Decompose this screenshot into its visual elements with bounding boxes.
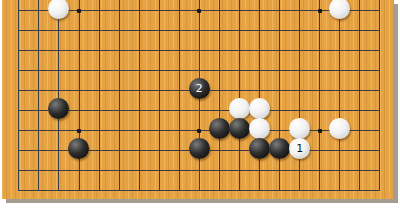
star-point [197,129,201,133]
grid-hline [18,170,380,171]
star-point [318,9,322,13]
move-number-label: 2 [196,83,203,94]
go-stone-white-r10[interactable] [329,0,350,19]
grid-vline [159,0,160,191]
star-point [77,129,81,133]
star-point [197,9,201,13]
go-stone-white-m5[interactable] [229,98,250,119]
grid-hline [18,110,380,111]
move-number-label: 1 [296,143,303,154]
go-stone-black-k6[interactable]: 2 [189,78,210,99]
grid-vline [259,0,260,191]
grid-vline [239,0,240,191]
go-stone-white-n4[interactable] [249,118,270,139]
star-point [318,129,322,133]
go-stone-white-c10[interactable] [48,0,69,19]
grid-vline [99,0,100,191]
go-stone-white-r4[interactable] [329,118,350,139]
grid-vline [38,0,39,191]
go-stone-black-o3[interactable] [269,138,290,159]
grid-hline [18,190,380,191]
grid-vline [139,0,140,191]
star-point [77,9,81,13]
grid-hline [18,30,380,31]
go-stone-white-p3[interactable]: 1 [289,138,310,159]
grid-vline [18,0,19,191]
grid-vline [119,0,120,191]
grid-vline [79,0,80,191]
diagram-frame: 21 [0,0,400,211]
go-stone-white-p4[interactable] [289,118,310,139]
grid-vline [319,0,320,191]
go-stone-white-n5[interactable] [249,98,270,119]
grid-vline [219,0,220,191]
grid-vline [379,0,380,191]
go-board[interactable]: 21 [2,0,394,199]
go-stone-black-d3[interactable] [68,138,89,159]
grid-vline [339,0,340,191]
go-stone-black-l4[interactable] [209,118,230,139]
grid-vline [279,0,280,191]
grid-vline [299,0,300,191]
go-stone-black-n3[interactable] [249,138,270,159]
grid-vline [58,0,59,191]
go-stone-black-c5[interactable] [48,98,69,119]
go-stone-black-k3[interactable] [189,138,210,159]
grid-hline [18,50,380,51]
grid-vline [359,0,360,191]
grid-hline [18,70,380,71]
go-stone-black-m4[interactable] [229,118,250,139]
grid-vline [179,0,180,191]
